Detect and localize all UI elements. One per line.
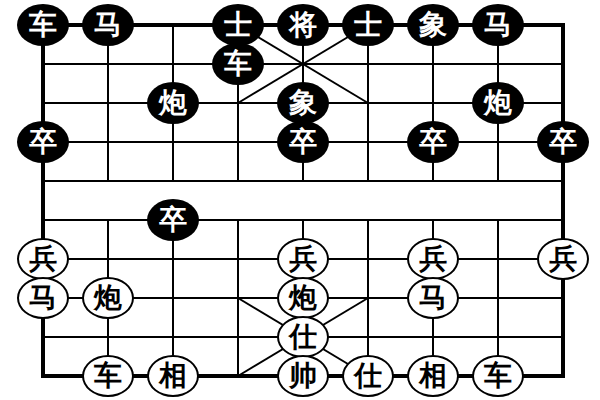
- piece-red-soldier[interactable]: 兵: [277, 238, 329, 280]
- xiangqi-board: 车马士将士象马车炮象炮卒卒卒卒卒兵兵兵兵马炮炮马仕车相帅仕相车: [0, 0, 600, 400]
- piece-black-soldier[interactable]: 卒: [17, 121, 69, 163]
- piece-red-cannon[interactable]: 炮: [82, 277, 134, 319]
- pieces-layer: 车马士将士象马车炮象炮卒卒卒卒卒兵兵兵兵马炮炮马仕车相帅仕相车: [11, 6, 596, 396]
- piece-red-soldier[interactable]: 兵: [537, 238, 589, 280]
- piece-black-horse[interactable]: 马: [472, 4, 524, 46]
- piece-black-advisor[interactable]: 士: [212, 4, 264, 46]
- piece-black-soldier[interactable]: 卒: [407, 121, 459, 163]
- piece-red-elephant[interactable]: 相: [407, 355, 459, 397]
- piece-black-chariot[interactable]: 车: [212, 43, 264, 85]
- piece-black-elephant[interactable]: 象: [407, 4, 459, 46]
- piece-red-soldier[interactable]: 兵: [407, 238, 459, 280]
- piece-black-elephant[interactable]: 象: [277, 82, 329, 124]
- piece-black-chariot[interactable]: 车: [17, 4, 69, 46]
- piece-black-soldier[interactable]: 卒: [537, 121, 589, 163]
- piece-red-advisor[interactable]: 仕: [277, 316, 329, 358]
- piece-red-advisor[interactable]: 仕: [342, 355, 394, 397]
- piece-black-soldier[interactable]: 卒: [147, 199, 199, 241]
- piece-red-horse[interactable]: 马: [17, 277, 69, 319]
- piece-red-horse[interactable]: 马: [407, 277, 459, 319]
- piece-red-chariot[interactable]: 车: [82, 355, 134, 397]
- piece-red-chariot[interactable]: 车: [472, 355, 524, 397]
- piece-red-elephant[interactable]: 相: [147, 355, 199, 397]
- piece-black-general[interactable]: 将: [277, 4, 329, 46]
- piece-black-horse[interactable]: 马: [82, 4, 134, 46]
- piece-red-soldier[interactable]: 兵: [17, 238, 69, 280]
- piece-red-cannon[interactable]: 炮: [277, 277, 329, 319]
- piece-red-general[interactable]: 帅: [277, 355, 329, 397]
- piece-black-soldier[interactable]: 卒: [277, 121, 329, 163]
- piece-black-cannon[interactable]: 炮: [147, 82, 199, 124]
- piece-black-advisor[interactable]: 士: [342, 4, 394, 46]
- piece-black-cannon[interactable]: 炮: [472, 82, 524, 124]
